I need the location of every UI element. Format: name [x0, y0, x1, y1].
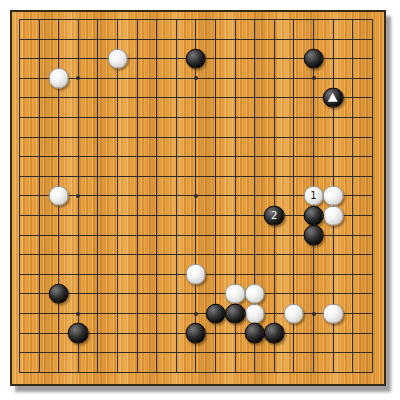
grid-line-vertical: [274, 19, 275, 373]
stone-white-f17: [107, 48, 128, 69]
star-point: [312, 76, 316, 80]
star-point: [76, 312, 80, 316]
move-label: 2: [271, 211, 277, 221]
grid-line-vertical: [372, 19, 373, 373]
stone-black-q8: [303, 225, 324, 246]
star-point: [194, 194, 198, 198]
stone-black-c5: [48, 284, 69, 305]
stone-black-l4: [205, 303, 226, 324]
stone-white-r4: [323, 303, 344, 324]
stone-black-r15: [323, 88, 344, 109]
grid-line-horizontal: [19, 254, 373, 255]
star-point: [312, 312, 316, 316]
move-label: 1: [310, 191, 316, 201]
triangle-mark-icon: [328, 93, 338, 102]
stone-black-k17: [186, 48, 207, 69]
star-point: [76, 194, 80, 198]
stone-white-c16: [48, 68, 69, 89]
grid-line-horizontal: [19, 372, 373, 373]
grid-line-vertical: [352, 19, 353, 373]
go-diagram-page: 12: [0, 0, 400, 400]
stone-black-m4: [225, 303, 246, 324]
stone-black-n3: [244, 323, 265, 344]
stone-black-q9: [303, 205, 324, 226]
go-board: 12: [10, 10, 386, 386]
stone-white-n4: [244, 303, 265, 324]
stone-black-o9: 2: [264, 205, 285, 226]
stone-black-d3: [68, 323, 89, 344]
stone-black-q17: [303, 48, 324, 69]
grid-line-horizontal: [19, 352, 373, 353]
stone-white-n5: [244, 284, 265, 305]
star-point: [76, 76, 80, 80]
stone-white-r10: [323, 186, 344, 207]
grid-line-horizontal: [19, 293, 373, 294]
star-point: [194, 76, 198, 80]
stone-black-k3: [186, 323, 207, 344]
stone-white-r9: [323, 205, 344, 226]
stone-white-k6: [186, 264, 207, 285]
stone-white-p4: [284, 303, 305, 324]
stone-black-o3: [264, 323, 285, 344]
star-point: [194, 312, 198, 316]
stone-white-m5: [225, 284, 246, 305]
stone-white-q10: 1: [303, 186, 324, 207]
stone-white-c10: [48, 186, 69, 207]
